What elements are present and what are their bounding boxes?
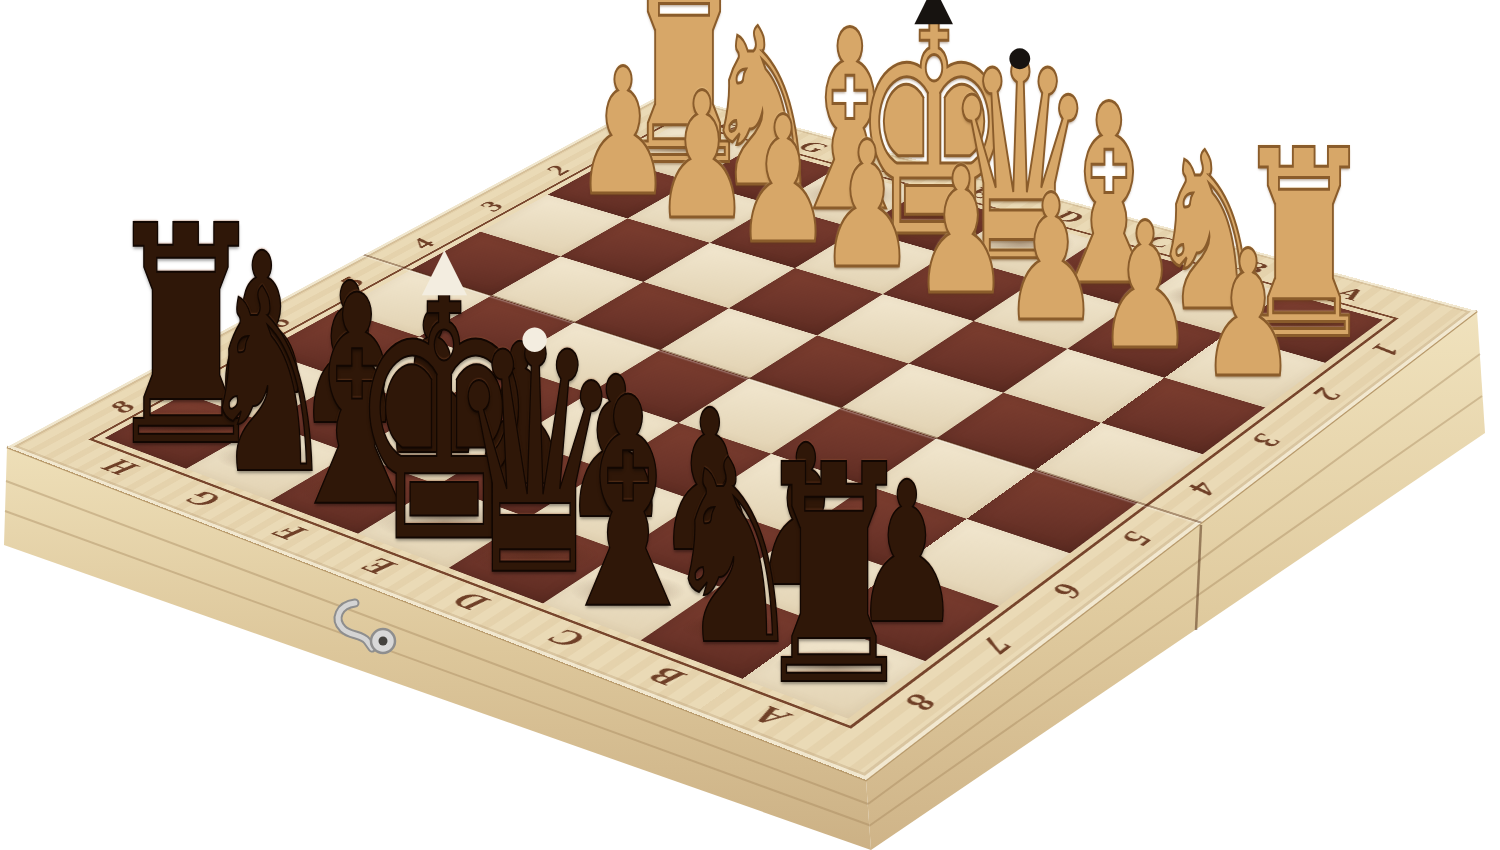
file-label-a: A bbox=[745, 702, 796, 731]
rank-label-3: 3 bbox=[1242, 431, 1288, 450]
rank-label-4: 4 bbox=[1179, 478, 1226, 498]
file-label-c: C bbox=[542, 625, 592, 652]
file-label-f: F bbox=[265, 520, 313, 544]
rank-label-7: 7 bbox=[970, 633, 1019, 655]
rank-label-1: 1 bbox=[1363, 341, 1407, 358]
file-label-h: H bbox=[95, 455, 145, 479]
rank-label-6: 6 bbox=[1043, 580, 1091, 601]
rank-label-2: 2 bbox=[1304, 385, 1349, 403]
file-label-b: B bbox=[642, 662, 693, 690]
chess-set-photo: HGFEDCBAHGFEDCBA1234567812345678 ♜♞♝♚▲♛●… bbox=[0, 0, 1500, 850]
file-label-g: G bbox=[179, 487, 228, 511]
file-label-e: E bbox=[354, 553, 403, 578]
file-label-d: D bbox=[445, 588, 496, 615]
rank-label-5: 5 bbox=[1112, 528, 1159, 548]
rank-label-8: 8 bbox=[895, 690, 945, 714]
